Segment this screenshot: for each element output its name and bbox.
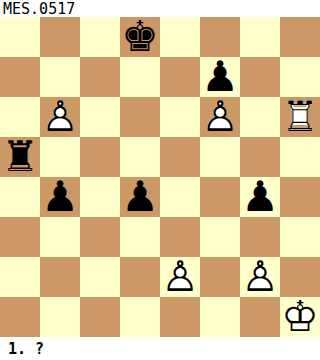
square-h3[interactable]: [280, 217, 320, 257]
diagram-title: MES.0517: [0, 0, 320, 17]
square-e6[interactable]: [160, 97, 200, 137]
square-c4[interactable]: [80, 177, 120, 217]
white-pawn-fill: ♟: [40, 97, 80, 137]
white-pawn-fill: ♟: [240, 257, 280, 297]
black-pawn-glyph: ♟: [240, 177, 280, 217]
white-rook-fill: ♜: [280, 97, 320, 137]
square-h1[interactable]: ♚♔: [280, 297, 320, 337]
square-b6[interactable]: ♟♙: [40, 97, 80, 137]
square-c1[interactable]: [80, 297, 120, 337]
square-d3[interactable]: [120, 217, 160, 257]
square-c7[interactable]: [80, 57, 120, 97]
white-pawn-fill: ♟: [160, 257, 200, 297]
square-e1[interactable]: [160, 297, 200, 337]
square-g2[interactable]: ♟♙: [240, 257, 280, 297]
square-f6[interactable]: ♟♙: [200, 97, 240, 137]
square-g4[interactable]: ♟: [240, 177, 280, 217]
square-f2[interactable]: [200, 257, 240, 297]
square-g1[interactable]: [240, 297, 280, 337]
white-pawn: ♟♙: [200, 97, 240, 137]
square-h6[interactable]: ♜♖: [280, 97, 320, 137]
move-prompt: 1. ?: [0, 337, 320, 360]
square-a6[interactable]: [0, 97, 40, 137]
white-rook: ♜♖: [280, 97, 320, 137]
square-g5[interactable]: [240, 137, 280, 177]
square-c6[interactable]: [80, 97, 120, 137]
square-a1[interactable]: [0, 297, 40, 337]
square-e7[interactable]: [160, 57, 200, 97]
square-h7[interactable]: [280, 57, 320, 97]
square-f4[interactable]: [200, 177, 240, 217]
square-g6[interactable]: [240, 97, 280, 137]
square-d7[interactable]: [120, 57, 160, 97]
white-king-fill: ♚: [280, 297, 320, 337]
square-c3[interactable]: [80, 217, 120, 257]
square-f8[interactable]: [200, 17, 240, 57]
square-d8[interactable]: ♚: [120, 17, 160, 57]
square-e8[interactable]: [160, 17, 200, 57]
white-pawn: ♟♙: [240, 257, 280, 297]
black-pawn-glyph: ♟: [120, 177, 160, 217]
square-a8[interactable]: [0, 17, 40, 57]
square-b5[interactable]: [40, 137, 80, 177]
white-pawn-glyph: ♙: [160, 257, 200, 297]
square-d2[interactable]: [120, 257, 160, 297]
square-c2[interactable]: [80, 257, 120, 297]
white-pawn-fill: ♟: [200, 97, 240, 137]
white-rook-glyph: ♖: [280, 97, 320, 137]
square-b8[interactable]: [40, 17, 80, 57]
white-king-glyph: ♔: [280, 297, 320, 337]
square-f3[interactable]: [200, 217, 240, 257]
white-pawn: ♟♙: [160, 257, 200, 297]
square-e3[interactable]: [160, 217, 200, 257]
square-a4[interactable]: [0, 177, 40, 217]
square-e2[interactable]: ♟♙: [160, 257, 200, 297]
square-d5[interactable]: [120, 137, 160, 177]
square-h2[interactable]: [280, 257, 320, 297]
white-pawn-glyph: ♙: [40, 97, 80, 137]
square-c5[interactable]: [80, 137, 120, 177]
square-b1[interactable]: [40, 297, 80, 337]
square-e5[interactable]: [160, 137, 200, 177]
black-pawn: ♟: [240, 177, 280, 217]
white-pawn: ♟♙: [40, 97, 80, 137]
white-pawn-glyph: ♙: [200, 97, 240, 137]
black-rook-glyph: ♜: [0, 137, 40, 177]
square-g8[interactable]: [240, 17, 280, 57]
square-g7[interactable]: [240, 57, 280, 97]
square-b3[interactable]: [40, 217, 80, 257]
black-pawn-glyph: ♟: [40, 177, 80, 217]
square-c8[interactable]: [80, 17, 120, 57]
square-b4[interactable]: ♟: [40, 177, 80, 217]
square-d1[interactable]: [120, 297, 160, 337]
square-a3[interactable]: [0, 217, 40, 257]
square-h4[interactable]: [280, 177, 320, 217]
square-f5[interactable]: [200, 137, 240, 177]
square-b7[interactable]: [40, 57, 80, 97]
square-a2[interactable]: [0, 257, 40, 297]
square-a7[interactable]: [0, 57, 40, 97]
square-b2[interactable]: [40, 257, 80, 297]
square-f7[interactable]: ♟: [200, 57, 240, 97]
black-pawn: ♟: [120, 177, 160, 217]
square-h8[interactable]: [280, 17, 320, 57]
square-g3[interactable]: [240, 217, 280, 257]
black-king: ♚: [120, 17, 160, 57]
square-a5[interactable]: ♜: [0, 137, 40, 177]
square-d4[interactable]: ♟: [120, 177, 160, 217]
black-pawn-glyph: ♟: [200, 57, 240, 97]
black-pawn: ♟: [40, 177, 80, 217]
black-king-glyph: ♚: [120, 17, 160, 57]
white-king: ♚♔: [280, 297, 320, 337]
square-d6[interactable]: [120, 97, 160, 137]
square-f1[interactable]: [200, 297, 240, 337]
square-e4[interactable]: [160, 177, 200, 217]
square-h5[interactable]: [280, 137, 320, 177]
black-rook: ♜: [0, 137, 40, 177]
white-pawn-glyph: ♙: [240, 257, 280, 297]
chess-board: ♚♟♟♙♟♙♜♖♜♟♟♟♟♙♟♙♚♔: [0, 17, 320, 337]
black-pawn: ♟: [200, 57, 240, 97]
